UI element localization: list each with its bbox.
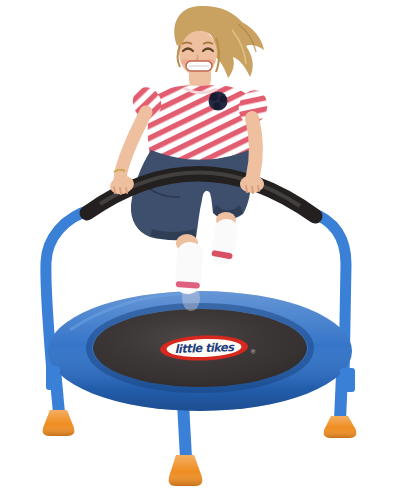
left-sock	[174, 241, 204, 295]
flower-corsage	[209, 92, 228, 111]
right-frame-clamp	[340, 368, 355, 392]
product-photo: little tikes ®	[0, 0, 400, 488]
right-arm	[252, 118, 256, 180]
logo-registered-mark: ®	[250, 347, 256, 354]
middle-leg	[183, 403, 186, 458]
logo-brand-text: little tikes	[174, 340, 235, 356]
grinning-mouth	[186, 61, 212, 71]
left-frame-clamp	[46, 366, 60, 390]
scene-canvas: little tikes ®	[0, 0, 400, 488]
